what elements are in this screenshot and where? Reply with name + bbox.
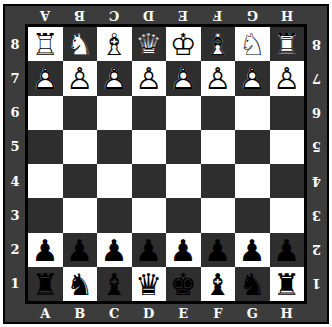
- file-label-g: G: [247, 9, 258, 22]
- rank-label-1: 1: [312, 277, 321, 290]
- square-f1[interactable]: ♝: [201, 267, 236, 301]
- piece-black-pawn[interactable]: ♟: [235, 233, 270, 267]
- file-label-e: E: [178, 9, 188, 22]
- square-b3[interactable]: [63, 198, 98, 232]
- square-h1[interactable]: ♜: [270, 267, 305, 301]
- piece-black-bishop[interactable]: ♝: [201, 267, 236, 301]
- file-label-h: H: [281, 307, 293, 320]
- piece-black-knight[interactable]: ♞: [63, 267, 98, 301]
- file-label-a: A: [40, 9, 50, 22]
- square-g3[interactable]: [235, 198, 270, 232]
- square-e6[interactable]: [166, 96, 201, 130]
- file-label-b: B: [74, 9, 85, 22]
- piece-white-bishop[interactable]: ♝♗: [201, 27, 236, 61]
- file-label-b: B: [74, 307, 85, 320]
- square-d7[interactable]: ♟♙: [132, 61, 167, 95]
- file-label-d: D: [143, 9, 154, 22]
- square-a7[interactable]: ♟♙: [28, 61, 63, 95]
- square-e5[interactable]: [166, 130, 201, 164]
- square-e8[interactable]: ♚♔: [166, 27, 201, 61]
- square-c1[interactable]: ♝: [97, 267, 132, 301]
- square-b4[interactable]: [63, 164, 98, 198]
- piece-black-pawn[interactable]: ♟: [270, 233, 305, 267]
- square-f6[interactable]: [201, 96, 236, 130]
- square-b5[interactable]: [63, 130, 98, 164]
- rank-label-7: 7: [10, 72, 19, 85]
- piece-white-pawn[interactable]: ♟♙: [201, 61, 236, 95]
- square-g4[interactable]: [235, 164, 270, 198]
- file-label-h: H: [281, 9, 293, 22]
- square-a6[interactable]: [28, 96, 63, 130]
- square-h2[interactable]: ♟: [270, 233, 305, 267]
- chess-board: ♜♖♞♘♝♗♛♕♚♔♝♗♞♘♜♖♟♙♟♙♟♙♟♙♟♙♟♙♟♙♟♙♟♟♟♟♟♟♟♟…: [28, 27, 304, 301]
- rank-label-1: 1: [10, 277, 19, 290]
- file-label-c: C: [109, 9, 119, 22]
- square-c5[interactable]: [97, 130, 132, 164]
- board-frame: ABCDEFGH 87654321 ♜♖♞♘♝♗♛♕♚♔♝♗♞♘♜♖♟♙♟♙♟♙…: [3, 4, 329, 324]
- piece-white-pawn[interactable]: ♟♙: [28, 61, 63, 95]
- square-f7[interactable]: ♟♙: [201, 61, 236, 95]
- piece-white-knight[interactable]: ♞♘: [63, 27, 98, 61]
- piece-white-king[interactable]: ♚♔: [166, 27, 201, 61]
- rank-label-6: 6: [312, 106, 321, 119]
- rank-labels-left: 87654321: [5, 24, 25, 304]
- piece-white-rook[interactable]: ♜♖: [28, 27, 63, 61]
- square-a4[interactable]: [28, 164, 63, 198]
- piece-black-pawn[interactable]: ♟: [63, 233, 98, 267]
- square-h5[interactable]: [270, 130, 305, 164]
- rank-label-5: 5: [10, 140, 19, 153]
- piece-black-rook[interactable]: ♜: [270, 267, 305, 301]
- square-d8[interactable]: ♛♕: [132, 27, 167, 61]
- square-d1[interactable]: ♛: [132, 267, 167, 301]
- piece-black-pawn[interactable]: ♟: [166, 233, 201, 267]
- board-border: ♜♖♞♘♝♗♛♕♚♔♝♗♞♘♜♖♟♙♟♙♟♙♟♙♟♙♟♙♟♙♟♙♟♟♟♟♟♟♟♟…: [25, 24, 307, 304]
- square-a1[interactable]: ♜: [28, 267, 63, 301]
- square-d5[interactable]: [132, 130, 167, 164]
- square-b7[interactable]: ♟♙: [63, 61, 98, 95]
- square-h7[interactable]: ♟♙: [270, 61, 305, 95]
- square-e4[interactable]: [166, 164, 201, 198]
- square-c6[interactable]: [97, 96, 132, 130]
- chess-diagram-page: ABCDEFGH 87654321 ♜♖♞♘♝♗♛♕♚♔♝♗♞♘♜♖♟♙♟♙♟♙…: [0, 0, 332, 327]
- file-label-c: C: [109, 307, 119, 320]
- square-g2[interactable]: ♟: [235, 233, 270, 267]
- piece-white-pawn[interactable]: ♟♙: [97, 61, 132, 95]
- square-g7[interactable]: ♟♙: [235, 61, 270, 95]
- rank-label-5: 5: [312, 140, 321, 153]
- file-label-e: E: [178, 307, 188, 320]
- rank-label-2: 2: [10, 243, 19, 256]
- square-e2[interactable]: ♟: [166, 233, 201, 267]
- square-c3[interactable]: [97, 198, 132, 232]
- square-h8[interactable]: ♜♖: [270, 27, 305, 61]
- piece-black-knight[interactable]: ♞: [235, 267, 270, 301]
- piece-white-pawn[interactable]: ♟♙: [270, 61, 305, 95]
- square-e7[interactable]: ♟♙: [166, 61, 201, 95]
- rank-label-8: 8: [312, 38, 321, 51]
- file-label-g: G: [247, 307, 258, 320]
- square-c7[interactable]: ♟♙: [97, 61, 132, 95]
- square-h3[interactable]: [270, 198, 305, 232]
- piece-white-pawn[interactable]: ♟♙: [235, 61, 270, 95]
- piece-white-pawn[interactable]: ♟♙: [166, 61, 201, 95]
- square-g8[interactable]: ♞♘: [235, 27, 270, 61]
- square-a2[interactable]: ♟: [28, 233, 63, 267]
- square-a3[interactable]: [28, 198, 63, 232]
- rank-label-6: 6: [10, 106, 19, 119]
- square-b1[interactable]: ♞: [63, 267, 98, 301]
- square-h4[interactable]: [270, 164, 305, 198]
- square-d6[interactable]: [132, 96, 167, 130]
- square-f5[interactable]: [201, 130, 236, 164]
- piece-black-pawn[interactable]: ♟: [28, 233, 63, 267]
- square-a8[interactable]: ♜♖: [28, 27, 63, 61]
- piece-white-bishop[interactable]: ♝♗: [97, 27, 132, 61]
- square-d2[interactable]: ♟: [132, 233, 167, 267]
- square-h6[interactable]: [270, 96, 305, 130]
- file-label-d: D: [143, 307, 154, 320]
- rank-labels-right: 87654321: [307, 24, 327, 304]
- file-labels-bottom: ABCDEFGH: [25, 304, 307, 322]
- square-e3[interactable]: [166, 198, 201, 232]
- piece-white-rook[interactable]: ♜♖: [270, 27, 305, 61]
- piece-black-pawn[interactable]: ♟: [97, 233, 132, 267]
- piece-white-queen[interactable]: ♛♕: [132, 27, 167, 61]
- square-d4[interactable]: [132, 164, 167, 198]
- piece-white-pawn[interactable]: ♟♙: [132, 61, 167, 95]
- square-b2[interactable]: ♟: [63, 233, 98, 267]
- piece-black-pawn[interactable]: ♟: [201, 233, 236, 267]
- file-label-f: F: [213, 9, 222, 22]
- square-f8[interactable]: ♝♗: [201, 27, 236, 61]
- piece-black-rook[interactable]: ♜: [28, 267, 63, 301]
- rank-label-2: 2: [312, 243, 321, 256]
- rank-label-3: 3: [10, 209, 19, 222]
- piece-white-pawn[interactable]: ♟♙: [63, 61, 98, 95]
- square-c4[interactable]: [97, 164, 132, 198]
- piece-white-knight[interactable]: ♞♘: [235, 27, 270, 61]
- rank-label-3: 3: [312, 209, 321, 222]
- piece-black-king[interactable]: ♚: [166, 267, 201, 301]
- square-g6[interactable]: [235, 96, 270, 130]
- rank-label-4: 4: [10, 175, 19, 188]
- square-g1[interactable]: ♞: [235, 267, 270, 301]
- square-f2[interactable]: ♟: [201, 233, 236, 267]
- rank-label-8: 8: [10, 38, 19, 51]
- square-b8[interactable]: ♞♘: [63, 27, 98, 61]
- square-e1[interactable]: ♚: [166, 267, 201, 301]
- square-f4[interactable]: [201, 164, 236, 198]
- square-a5[interactable]: [28, 130, 63, 164]
- square-f3[interactable]: [201, 198, 236, 232]
- file-label-a: A: [40, 307, 50, 320]
- square-b6[interactable]: [63, 96, 98, 130]
- file-label-f: F: [213, 307, 222, 320]
- rank-label-4: 4: [312, 175, 321, 188]
- piece-black-bishop[interactable]: ♝: [97, 267, 132, 301]
- rank-label-7: 7: [312, 72, 321, 85]
- square-g5[interactable]: [235, 130, 270, 164]
- square-c8[interactable]: ♝♗: [97, 27, 132, 61]
- piece-black-pawn[interactable]: ♟: [132, 233, 167, 267]
- square-d3[interactable]: [132, 198, 167, 232]
- square-c2[interactable]: ♟: [97, 233, 132, 267]
- piece-black-queen[interactable]: ♛: [132, 267, 167, 301]
- file-labels-top: ABCDEFGH: [25, 6, 307, 24]
